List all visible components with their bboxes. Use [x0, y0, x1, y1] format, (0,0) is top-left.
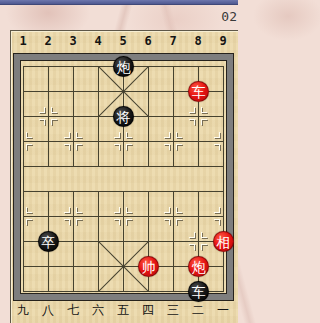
point-marker	[164, 207, 170, 213]
point-marker	[26, 207, 32, 213]
file-line-5-bottom	[123, 191, 124, 292]
point-marker	[189, 107, 195, 113]
point-marker	[164, 219, 170, 225]
point-marker	[39, 119, 45, 125]
piece-red-cannon[interactable]: 炮	[188, 256, 209, 277]
piece-black-cannon[interactable]: 炮	[113, 56, 134, 77]
point-marker	[214, 132, 220, 138]
top-file-label-4: 4	[86, 34, 110, 48]
bottom-file-label-4: 六	[86, 302, 110, 319]
point-marker	[176, 207, 182, 213]
point-marker	[51, 119, 57, 125]
piece-red-elephant[interactable]: 相	[213, 231, 234, 252]
puzzle-number-label: 02	[221, 9, 237, 24]
point-marker	[176, 132, 182, 138]
top-file-label-6: 6	[136, 34, 160, 48]
point-marker	[114, 132, 120, 138]
point-marker	[201, 232, 207, 238]
file-line-3-top	[73, 66, 74, 167]
top-file-label-2: 2	[36, 34, 60, 48]
top-file-label-3: 3	[61, 34, 85, 48]
point-marker	[76, 132, 82, 138]
piece-black-soldier[interactable]: 卒	[38, 231, 59, 252]
point-marker	[64, 132, 70, 138]
bottom-file-labels: 九八七六五四三二一	[11, 302, 238, 316]
piece-black-chariot[interactable]: 车	[188, 281, 209, 302]
point-marker	[76, 207, 82, 213]
board-panel: 123456789 炮车将卒相帅炮车 九八七六五四三二一	[10, 30, 238, 323]
point-marker	[189, 119, 195, 125]
point-marker	[64, 207, 70, 213]
point-marker	[176, 219, 182, 225]
point-marker	[164, 132, 170, 138]
point-marker	[64, 144, 70, 150]
file-line-7-top	[173, 66, 174, 167]
bottom-file-label-2: 八	[36, 302, 60, 319]
point-marker	[214, 219, 220, 225]
point-marker	[126, 207, 132, 213]
bottom-file-label-7: 三	[161, 302, 185, 319]
point-marker	[201, 107, 207, 113]
bottom-file-label-5: 五	[111, 302, 135, 319]
point-marker	[126, 219, 132, 225]
window-top-bar	[0, 0, 238, 5]
xiangqi-board[interactable]: 炮车将卒相帅炮车	[23, 66, 223, 291]
point-marker	[126, 144, 132, 150]
point-marker	[214, 207, 220, 213]
point-marker	[39, 107, 45, 113]
file-line-2-top	[48, 66, 49, 167]
bottom-file-label-3: 七	[61, 302, 85, 319]
point-marker	[114, 144, 120, 150]
piece-black-general[interactable]: 将	[113, 106, 134, 127]
file-line-1	[23, 66, 24, 292]
point-marker	[26, 219, 32, 225]
file-line-7-bottom	[173, 191, 174, 292]
point-marker	[176, 144, 182, 150]
point-marker	[189, 244, 195, 250]
top-file-label-7: 7	[161, 34, 185, 48]
point-marker	[51, 107, 57, 113]
file-line-3-bottom	[73, 191, 74, 292]
bottom-file-label-9: 一	[211, 302, 235, 319]
point-marker	[76, 219, 82, 225]
screen: { "window": { "corner_label": "02", "top…	[0, 0, 238, 323]
point-marker	[164, 144, 170, 150]
point-marker	[189, 232, 195, 238]
point-marker	[114, 219, 120, 225]
point-marker	[76, 144, 82, 150]
file-line-9	[223, 66, 224, 292]
point-marker	[26, 144, 32, 150]
top-file-labels: 123456789	[11, 34, 238, 48]
bottom-file-label-8: 二	[186, 302, 210, 319]
piece-red-chariot[interactable]: 车	[188, 81, 209, 102]
bottom-file-label-6: 四	[136, 302, 160, 319]
point-marker	[201, 244, 207, 250]
point-marker	[64, 219, 70, 225]
top-file-label-8: 8	[186, 34, 210, 48]
point-marker	[126, 132, 132, 138]
bottom-file-label-1: 九	[11, 302, 35, 319]
top-file-label-1: 1	[11, 34, 35, 48]
top-file-label-9: 9	[211, 34, 235, 48]
point-marker	[114, 207, 120, 213]
piece-red-general[interactable]: 帅	[138, 256, 159, 277]
point-marker	[201, 119, 207, 125]
point-marker	[214, 144, 220, 150]
top-file-label-5: 5	[111, 34, 135, 48]
point-marker	[26, 132, 32, 138]
